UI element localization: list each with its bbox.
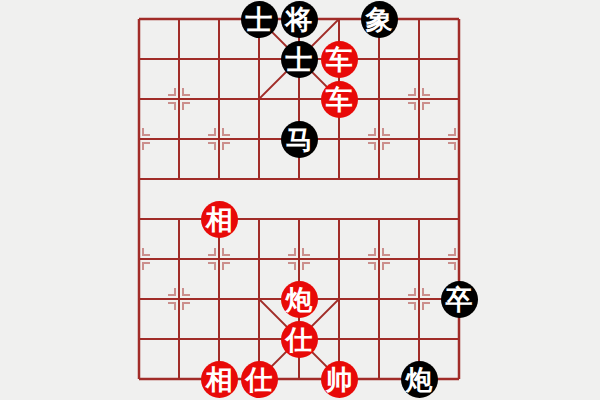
board-surface[interactable]: 士将象士车车马相炮卒仕相仕帅炮 [119, 0, 479, 399]
black-elephant[interactable]: 象 [361, 1, 398, 38]
red-advisor[interactable]: 仕 [241, 361, 278, 398]
black-advisor[interactable]: 士 [241, 1, 278, 38]
red-elephant[interactable]: 相 [201, 361, 238, 398]
red-elephant[interactable]: 相 [201, 201, 238, 238]
red-cannon[interactable]: 炮 [281, 281, 318, 318]
black-horse[interactable]: 马 [281, 121, 318, 158]
red-chariot[interactable]: 车 [321, 81, 358, 118]
black-advisor[interactable]: 士 [281, 41, 318, 78]
red-general[interactable]: 帅 [321, 361, 358, 398]
black-cannon[interactable]: 炮 [401, 361, 438, 398]
black-soldier[interactable]: 卒 [441, 281, 478, 318]
xiangqi-diagram: 士将象士车车马相炮卒仕相仕帅炮 [0, 0, 600, 400]
red-chariot[interactable]: 车 [321, 41, 358, 78]
red-advisor[interactable]: 仕 [281, 321, 318, 358]
black-general[interactable]: 将 [281, 1, 318, 38]
